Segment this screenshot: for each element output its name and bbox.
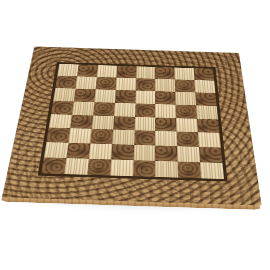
square-h4 bbox=[197, 118, 219, 133]
square-f4 bbox=[155, 117, 176, 132]
square-c1 bbox=[87, 159, 111, 176]
playing-field bbox=[38, 62, 228, 181]
square-e7 bbox=[135, 78, 155, 91]
product-photo bbox=[0, 0, 270, 270]
square-g8 bbox=[175, 68, 195, 80]
square-d8 bbox=[116, 66, 136, 78]
square-e8 bbox=[136, 66, 156, 78]
square-h6 bbox=[195, 92, 216, 105]
square-b2 bbox=[66, 143, 90, 159]
square-h2 bbox=[199, 147, 222, 163]
square-e3 bbox=[134, 130, 156, 145]
square-f6 bbox=[155, 91, 175, 104]
square-c7 bbox=[95, 77, 116, 90]
square-d1 bbox=[110, 160, 133, 177]
square-g2 bbox=[177, 146, 200, 162]
square-b6 bbox=[74, 88, 96, 101]
square-f2 bbox=[155, 146, 177, 162]
square-g6 bbox=[175, 92, 196, 105]
square-e6 bbox=[135, 90, 155, 103]
square-a5 bbox=[51, 101, 74, 115]
square-c3 bbox=[90, 129, 113, 144]
square-f5 bbox=[155, 104, 176, 118]
board-scene bbox=[0, 0, 270, 270]
square-a8 bbox=[57, 64, 78, 76]
square-a2 bbox=[44, 142, 68, 158]
square-b1 bbox=[64, 158, 88, 175]
square-g5 bbox=[176, 104, 197, 118]
square-e4 bbox=[134, 117, 155, 132]
square-b8 bbox=[77, 65, 98, 77]
square-e1 bbox=[133, 160, 156, 177]
square-h3 bbox=[198, 132, 221, 147]
square-g1 bbox=[178, 162, 201, 179]
square-b3 bbox=[68, 128, 91, 143]
chessboard bbox=[2, 46, 262, 205]
square-a7 bbox=[55, 76, 77, 89]
square-e2 bbox=[133, 145, 155, 161]
square-c6 bbox=[94, 89, 115, 102]
square-a1 bbox=[41, 157, 66, 174]
square-f1 bbox=[155, 161, 178, 178]
square-a6 bbox=[53, 88, 75, 101]
square-g3 bbox=[177, 132, 199, 147]
square-b4 bbox=[70, 115, 93, 130]
square-h1 bbox=[200, 162, 224, 179]
square-c5 bbox=[93, 102, 115, 116]
square-f8 bbox=[155, 67, 175, 79]
square-c4 bbox=[91, 115, 113, 130]
square-g7 bbox=[175, 79, 195, 92]
square-d5 bbox=[114, 103, 135, 117]
square-b5 bbox=[72, 101, 94, 115]
square-d2 bbox=[111, 144, 134, 160]
square-a3 bbox=[46, 128, 70, 143]
square-h8 bbox=[194, 68, 214, 80]
square-f3 bbox=[155, 131, 177, 146]
square-c2 bbox=[89, 144, 112, 160]
square-e5 bbox=[135, 103, 156, 117]
square-b7 bbox=[75, 76, 96, 89]
square-g4 bbox=[176, 118, 198, 133]
square-a4 bbox=[49, 114, 72, 129]
square-f7 bbox=[155, 79, 175, 92]
square-h5 bbox=[196, 105, 218, 119]
square-d3 bbox=[112, 130, 134, 145]
square-d4 bbox=[113, 116, 135, 131]
square-d6 bbox=[115, 90, 136, 103]
square-h7 bbox=[195, 80, 216, 93]
square-c8 bbox=[97, 65, 117, 77]
square-d7 bbox=[115, 77, 135, 90]
